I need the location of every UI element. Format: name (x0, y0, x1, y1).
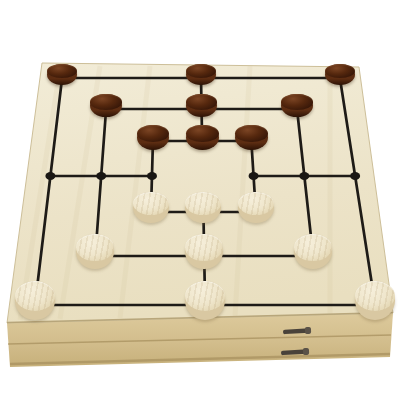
point-c4[interactable] (147, 172, 157, 180)
piece-light-d1[interactable] (185, 281, 225, 320)
piece-light-b2[interactable] (76, 234, 114, 269)
dark-disc-top (90, 94, 121, 110)
piece-dark-f6[interactable] (281, 94, 312, 117)
dark-disc-top (186, 94, 217, 110)
dark-disc-top (186, 64, 216, 78)
piece-light-c3[interactable] (133, 192, 169, 223)
dark-disc-top (235, 125, 268, 143)
piece-dark-b6[interactable] (90, 94, 121, 117)
dark-disc-top (47, 64, 77, 78)
piece-light-a1[interactable] (15, 281, 55, 320)
piece-dark-e5[interactable] (235, 125, 268, 150)
light-disc-top (185, 281, 225, 311)
piece-dark-g7[interactable] (325, 64, 355, 85)
piece-dark-d7[interactable] (186, 64, 216, 85)
clasp-top-hook-icon (305, 327, 311, 334)
light-disc-top (185, 234, 223, 260)
board-photo (0, 0, 400, 400)
dark-disc-top (281, 94, 312, 110)
point-e4[interactable] (249, 172, 259, 180)
dark-disc-top (325, 64, 355, 78)
piece-light-d3[interactable] (185, 192, 221, 223)
piece-dark-d5[interactable] (186, 125, 219, 150)
piece-dark-d6[interactable] (186, 94, 217, 117)
light-disc-top (355, 281, 395, 311)
piece-light-d2[interactable] (185, 234, 223, 269)
piece-dark-a7[interactable] (47, 64, 77, 85)
point-g4[interactable] (350, 172, 360, 180)
light-disc-top (238, 192, 274, 215)
point-b4[interactable] (96, 172, 106, 180)
piece-light-e3[interactable] (238, 192, 274, 223)
light-disc-top (294, 234, 332, 260)
piece-dark-c5[interactable] (137, 125, 170, 150)
point-a4[interactable] (45, 172, 55, 180)
dark-disc-top (186, 125, 219, 143)
clasp-bottom-hook-icon (303, 348, 309, 355)
light-disc-top (76, 234, 114, 260)
point-f4[interactable] (299, 172, 309, 180)
piece-light-g1[interactable] (355, 281, 395, 320)
light-disc-top (15, 281, 55, 311)
piece-light-f2[interactable] (294, 234, 332, 269)
